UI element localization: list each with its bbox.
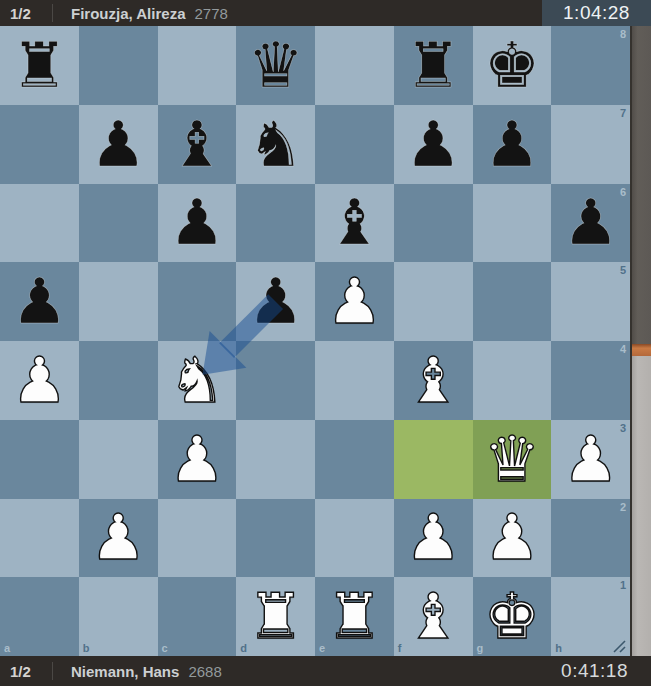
square-d6[interactable] bbox=[236, 184, 315, 263]
square-e3[interactable] bbox=[315, 420, 394, 499]
black-pawn-piece: ♟ bbox=[158, 184, 237, 263]
white-bishop-piece: ♝ bbox=[394, 341, 473, 420]
square-c3[interactable]: ♟ bbox=[158, 420, 237, 499]
square-d3[interactable] bbox=[236, 420, 315, 499]
square-d4[interactable] bbox=[236, 341, 315, 420]
square-b8[interactable] bbox=[79, 26, 158, 105]
white-rook-piece: ♜ bbox=[236, 577, 315, 656]
bottom-player-clock: 0:41:18 bbox=[561, 656, 651, 686]
square-b2[interactable]: ♟ bbox=[79, 499, 158, 578]
square-g2[interactable]: ♟ bbox=[473, 499, 552, 578]
black-queen-piece: ♛ bbox=[236, 26, 315, 105]
file-label-a: a bbox=[4, 643, 10, 654]
eval-gauge-white-segment bbox=[632, 356, 651, 656]
square-a1[interactable]: a bbox=[0, 577, 79, 656]
rank-label-1: 1 bbox=[620, 580, 626, 591]
white-pawn-piece: ♟ bbox=[79, 499, 158, 578]
top-player-clock: 1:04:28 bbox=[542, 0, 651, 26]
square-a8[interactable]: ♜ bbox=[0, 26, 79, 105]
black-knight-piece: ♞ bbox=[236, 105, 315, 184]
rank-label-8: 8 bbox=[620, 29, 626, 40]
square-g3[interactable]: ♛ bbox=[473, 420, 552, 499]
white-king-piece: ♚ bbox=[473, 577, 552, 656]
rank-label-4: 4 bbox=[620, 344, 626, 355]
eval-gauge bbox=[630, 26, 651, 656]
white-queen-piece: ♛ bbox=[473, 420, 552, 499]
square-b6[interactable] bbox=[79, 184, 158, 263]
square-h5[interactable]: 5 bbox=[551, 262, 630, 341]
square-d7[interactable]: ♞ bbox=[236, 105, 315, 184]
square-e1[interactable]: ♜e bbox=[315, 577, 394, 656]
black-pawn-piece: ♟ bbox=[0, 262, 79, 341]
rank-label-5: 5 bbox=[620, 265, 626, 276]
black-pawn-piece: ♟ bbox=[236, 262, 315, 341]
square-h1[interactable]: 1h bbox=[551, 577, 630, 656]
black-bishop-piece: ♝ bbox=[315, 184, 394, 263]
square-c7[interactable]: ♝ bbox=[158, 105, 237, 184]
square-e5[interactable]: ♟ bbox=[315, 262, 394, 341]
square-b5[interactable] bbox=[79, 262, 158, 341]
square-f5[interactable] bbox=[394, 262, 473, 341]
square-g7[interactable]: ♟ bbox=[473, 105, 552, 184]
square-a6[interactable] bbox=[0, 184, 79, 263]
square-e4[interactable] bbox=[315, 341, 394, 420]
white-knight-piece: ♞ bbox=[158, 341, 237, 420]
square-d1[interactable]: ♜d bbox=[236, 577, 315, 656]
square-g5[interactable] bbox=[473, 262, 552, 341]
file-label-h: h bbox=[555, 643, 562, 654]
bar-divider bbox=[52, 4, 53, 22]
square-e6[interactable]: ♝ bbox=[315, 184, 394, 263]
bottom-player-name: Niemann, Hans bbox=[71, 663, 179, 680]
white-pawn-piece: ♟ bbox=[0, 341, 79, 420]
square-c6[interactable]: ♟ bbox=[158, 184, 237, 263]
black-bishop-piece: ♝ bbox=[158, 105, 237, 184]
bottom-player-rating: 2688 bbox=[188, 663, 221, 680]
square-f8[interactable]: ♜ bbox=[394, 26, 473, 105]
top-player-score: 1/2 bbox=[10, 5, 42, 22]
square-d8[interactable]: ♛ bbox=[236, 26, 315, 105]
square-c2[interactable] bbox=[158, 499, 237, 578]
file-label-d: d bbox=[240, 643, 247, 654]
square-d5[interactable]: ♟ bbox=[236, 262, 315, 341]
eval-gauge-black-segment bbox=[632, 26, 651, 344]
file-label-g: g bbox=[477, 643, 484, 654]
square-e2[interactable] bbox=[315, 499, 394, 578]
black-pawn-piece: ♟ bbox=[79, 105, 158, 184]
square-f1[interactable]: ♝f bbox=[394, 577, 473, 656]
chess-board: ♜♛♜♚8♟♝♞♟♟7♟♝♟6♟♟♟5♟♞♝4♟♛♟3♟♟♟2abc♜d♜e♝f… bbox=[0, 26, 630, 656]
top-player-bar: 1/2 Firouzja, Alireza 2778 1:04:28 bbox=[0, 0, 651, 26]
black-pawn-piece: ♟ bbox=[473, 105, 552, 184]
square-e8[interactable] bbox=[315, 26, 394, 105]
square-a7[interactable] bbox=[0, 105, 79, 184]
square-c5[interactable] bbox=[158, 262, 237, 341]
file-label-f: f bbox=[398, 643, 402, 654]
square-h8[interactable]: 8 bbox=[551, 26, 630, 105]
rank-label-3: 3 bbox=[620, 423, 626, 434]
square-e7[interactable] bbox=[315, 105, 394, 184]
square-f7[interactable]: ♟ bbox=[394, 105, 473, 184]
square-g4[interactable] bbox=[473, 341, 552, 420]
square-a3[interactable] bbox=[0, 420, 79, 499]
bottom-player-score: 1/2 bbox=[10, 663, 42, 680]
top-player-rating: 2778 bbox=[194, 5, 227, 22]
top-player-name: Firouzja, Alireza bbox=[71, 5, 185, 22]
square-c4[interactable]: ♞ bbox=[158, 341, 237, 420]
square-b4[interactable] bbox=[79, 341, 158, 420]
square-a4[interactable]: ♟ bbox=[0, 341, 79, 420]
white-pawn-piece: ♟ bbox=[394, 499, 473, 578]
square-f3[interactable] bbox=[394, 420, 473, 499]
black-rook-piece: ♜ bbox=[0, 26, 79, 105]
eval-gauge-orange-tick bbox=[632, 344, 651, 356]
white-pawn-piece: ♟ bbox=[551, 420, 630, 499]
square-a2[interactable] bbox=[0, 499, 79, 578]
rank-label-7: 7 bbox=[620, 108, 626, 119]
square-d2[interactable] bbox=[236, 499, 315, 578]
chess-broadcast-screen: 1/2 Firouzja, Alireza 2778 1:04:28 ♜♛♜♚8… bbox=[0, 0, 651, 686]
square-c8[interactable] bbox=[158, 26, 237, 105]
square-g8[interactable]: ♚ bbox=[473, 26, 552, 105]
square-c1[interactable]: c bbox=[158, 577, 237, 656]
file-label-b: b bbox=[83, 643, 90, 654]
square-h3[interactable]: ♟3 bbox=[551, 420, 630, 499]
square-a5[interactable]: ♟ bbox=[0, 262, 79, 341]
square-f4[interactable]: ♝ bbox=[394, 341, 473, 420]
black-pawn-piece: ♟ bbox=[394, 105, 473, 184]
square-f2[interactable]: ♟ bbox=[394, 499, 473, 578]
white-pawn-piece: ♟ bbox=[473, 499, 552, 578]
square-g6[interactable] bbox=[473, 184, 552, 263]
file-label-e: e bbox=[319, 643, 325, 654]
black-rook-piece: ♜ bbox=[394, 26, 473, 105]
square-b3[interactable] bbox=[79, 420, 158, 499]
rank-label-6: 6 bbox=[620, 187, 626, 198]
square-h6[interactable]: ♟6 bbox=[551, 184, 630, 263]
white-pawn-piece: ♟ bbox=[158, 420, 237, 499]
white-pawn-piece: ♟ bbox=[315, 262, 394, 341]
white-bishop-piece: ♝ bbox=[394, 577, 473, 656]
square-b1[interactable]: b bbox=[79, 577, 158, 656]
white-rook-piece: ♜ bbox=[315, 577, 394, 656]
file-label-c: c bbox=[162, 643, 168, 654]
square-f6[interactable] bbox=[394, 184, 473, 263]
square-h7[interactable]: 7 bbox=[551, 105, 630, 184]
square-h2[interactable]: 2 bbox=[551, 499, 630, 578]
black-king-piece: ♚ bbox=[473, 26, 552, 105]
square-h4[interactable]: 4 bbox=[551, 341, 630, 420]
rank-label-2: 2 bbox=[620, 502, 626, 513]
bottom-player-bar: 1/2 Niemann, Hans 2688 0:41:18 bbox=[0, 656, 651, 686]
black-pawn-piece: ♟ bbox=[551, 184, 630, 263]
bar-divider bbox=[52, 662, 53, 680]
square-g1[interactable]: ♚g bbox=[473, 577, 552, 656]
square-b7[interactable]: ♟ bbox=[79, 105, 158, 184]
